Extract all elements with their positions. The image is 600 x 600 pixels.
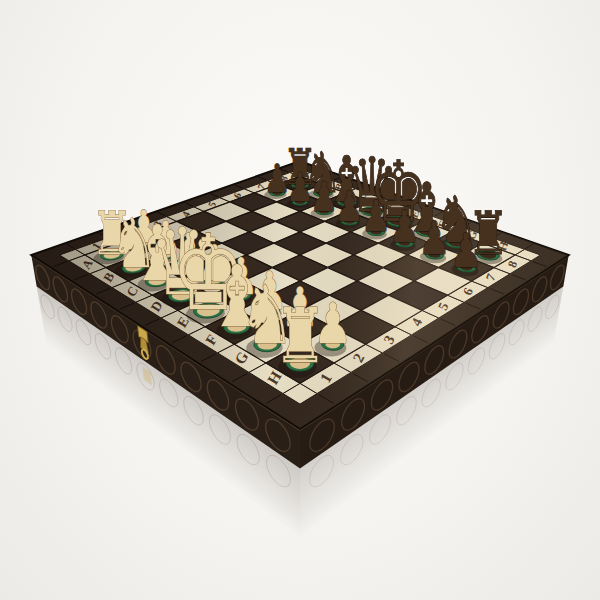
piece-black-pawn-g7[interactable]: ♟	[418, 212, 450, 266]
piece-black-pawn-d7[interactable]: ♟	[335, 181, 365, 230]
piece-black-pawn-h7[interactable]: ♟	[450, 223, 483, 278]
piece-glyph-pawn: ♟	[418, 212, 450, 266]
piece-black-pawn-e7[interactable]: ♟	[361, 191, 391, 241]
piece-black-pawn-f7[interactable]: ♟	[389, 201, 420, 252]
piece-glyph-pawn: ♟	[389, 201, 420, 252]
piece-glyph-pawn: ♟	[450, 223, 483, 278]
piece-glyph-rook: ♜	[273, 292, 326, 380]
piece-glyph-pawn: ♟	[361, 191, 391, 241]
piece-white-rook-h1[interactable]: ♜	[273, 292, 326, 380]
piece-glyph-pawn: ♟	[335, 181, 365, 230]
photo-canvas: AA11BB22CC33DD44EE55FF66GG77HH88 ♜♟♞♟♝♟♛…	[0, 0, 600, 600]
chess-set-photo: AA11BB22CC33DD44EE55FF66GG77HH88 ♜♟♞♟♝♟♛…	[0, 0, 600, 600]
